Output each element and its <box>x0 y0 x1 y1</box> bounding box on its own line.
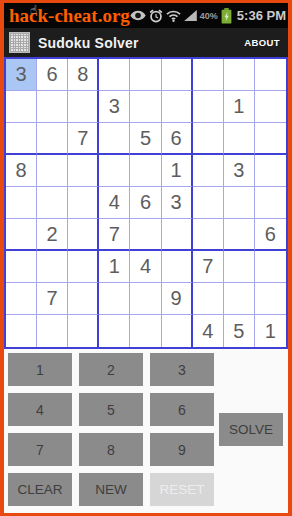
watermark-text: hack-cheat.org <box>9 3 130 28</box>
cell-r4c8[interactable]: 3 <box>224 155 255 187</box>
cell-r9c8[interactable]: 5 <box>224 315 255 347</box>
cell-r1c6[interactable] <box>162 59 193 91</box>
cell-r8c8[interactable] <box>224 283 255 315</box>
cell-r9c1[interactable] <box>6 315 37 347</box>
cell-r8c5[interactable] <box>130 283 161 315</box>
cell-r8c7[interactable] <box>193 283 224 315</box>
signal-icon <box>184 10 197 21</box>
cell-r1c7[interactable] <box>193 59 224 91</box>
cell-r1c2[interactable]: 6 <box>37 59 68 91</box>
cell-r6c4[interactable]: 7 <box>99 219 130 251</box>
status-bar: hack-cheat.org ☝ 40% <box>4 3 288 28</box>
cell-r2c2[interactable] <box>37 91 68 123</box>
eye-icon <box>130 10 146 21</box>
battery-percent: 40% <box>200 11 218 21</box>
battery-charging-icon <box>221 8 232 24</box>
cell-r5c5[interactable]: 6 <box>130 187 161 219</box>
digit-1-button[interactable]: 1 <box>8 353 72 386</box>
cell-r2c5[interactable] <box>130 91 161 123</box>
cell-r1c1[interactable]: 3 <box>6 59 37 91</box>
cell-r5c6[interactable]: 3 <box>162 187 193 219</box>
cell-r5c2[interactable] <box>37 187 68 219</box>
cell-r3c5[interactable]: 5 <box>130 123 161 155</box>
cell-r6c6[interactable] <box>162 219 193 251</box>
cell-r9c4[interactable] <box>99 315 130 347</box>
cell-r7c8[interactable] <box>224 251 255 283</box>
cell-r5c8[interactable] <box>224 187 255 219</box>
button-panel: 1 2 3 4 5 6 7 8 9 CLEAR NEW RESET SOLVE <box>4 349 288 513</box>
status-icons: 40% 5:36 PM <box>130 8 286 24</box>
solve-button[interactable]: SOLVE <box>219 413 283 446</box>
cell-r6c7[interactable] <box>193 219 224 251</box>
cell-r8c1[interactable] <box>6 283 37 315</box>
cell-r7c4[interactable]: 1 <box>99 251 130 283</box>
cell-r7c3[interactable] <box>68 251 99 283</box>
cell-r9c7[interactable]: 4 <box>193 315 224 347</box>
cell-r4c4[interactable] <box>99 155 130 187</box>
cell-r6c8[interactable] <box>224 219 255 251</box>
cell-r6c1[interactable] <box>6 219 37 251</box>
cell-r4c9[interactable] <box>255 155 286 187</box>
cell-r3c4[interactable] <box>99 123 130 155</box>
cell-r7c6[interactable] <box>162 251 193 283</box>
cell-r7c9[interactable] <box>255 251 286 283</box>
cell-r3c1[interactable] <box>6 123 37 155</box>
cell-r1c3[interactable]: 8 <box>68 59 99 91</box>
cell-r6c5[interactable] <box>130 219 161 251</box>
cell-r7c2[interactable] <box>37 251 68 283</box>
digit-3-button[interactable]: 3 <box>150 353 214 386</box>
cell-r9c5[interactable] <box>130 315 161 347</box>
cell-r2c9[interactable] <box>255 91 286 123</box>
sudoku-grid-icon <box>9 32 30 53</box>
clear-button[interactable]: CLEAR <box>8 473 72 506</box>
cell-r8c4[interactable] <box>99 283 130 315</box>
cell-r3c8[interactable] <box>224 123 255 155</box>
cell-r8c9[interactable] <box>255 283 286 315</box>
alarm-icon <box>149 9 163 23</box>
cell-r9c2[interactable] <box>37 315 68 347</box>
cell-r8c6[interactable]: 9 <box>162 283 193 315</box>
cell-r5c3[interactable] <box>68 187 99 219</box>
cell-r1c5[interactable] <box>130 59 161 91</box>
digit-6-button[interactable]: 6 <box>150 393 214 426</box>
cell-r5c4[interactable]: 4 <box>99 187 130 219</box>
cell-r4c6[interactable]: 1 <box>162 155 193 187</box>
cell-r2c7[interactable] <box>193 91 224 123</box>
action-bar: Sudoku Solver ABOUT <box>4 28 288 57</box>
sudoku-board: 3683175681346327614779451 <box>4 57 288 349</box>
reset-button[interactable]: RESET <box>150 473 214 506</box>
digit-4-button[interactable]: 4 <box>8 393 72 426</box>
about-menu-button[interactable]: ABOUT <box>244 37 280 48</box>
cell-r3c6[interactable]: 6 <box>162 123 193 155</box>
cell-r2c8[interactable]: 1 <box>224 91 255 123</box>
cell-r3c9[interactable] <box>255 123 286 155</box>
cell-r9c6[interactable] <box>162 315 193 347</box>
cell-r8c3[interactable] <box>68 283 99 315</box>
cell-r5c1[interactable] <box>6 187 37 219</box>
cell-r7c7[interactable]: 7 <box>193 251 224 283</box>
cell-r1c9[interactable] <box>255 59 286 91</box>
cell-r2c3[interactable] <box>68 91 99 123</box>
cell-r3c7[interactable] <box>193 123 224 155</box>
cell-r3c3[interactable]: 7 <box>68 123 99 155</box>
new-button[interactable]: NEW <box>79 473 143 506</box>
cell-r3c2[interactable] <box>37 123 68 155</box>
cell-r6c3[interactable] <box>68 219 99 251</box>
cell-r1c4[interactable] <box>99 59 130 91</box>
keypad: 1 2 3 4 5 6 7 8 9 CLEAR NEW RESET <box>8 353 214 506</box>
cell-r6c2[interactable]: 2 <box>37 219 68 251</box>
cell-r4c5[interactable] <box>130 155 161 187</box>
cell-r2c6[interactable] <box>162 91 193 123</box>
app-title: Sudoku Solver <box>38 35 139 51</box>
cell-r9c9[interactable]: 1 <box>255 315 286 347</box>
cell-r4c1[interactable]: 8 <box>6 155 37 187</box>
digit-8-button[interactable]: 8 <box>79 433 143 466</box>
cell-r5c9[interactable] <box>255 187 286 219</box>
cell-r9c3[interactable] <box>68 315 99 347</box>
cell-r5c7[interactable] <box>193 187 224 219</box>
hand-cursor-icon: ☝ <box>30 3 37 17</box>
cell-r7c5[interactable]: 4 <box>130 251 161 283</box>
cell-r7c1[interactable] <box>6 251 37 283</box>
cell-r4c7[interactable] <box>193 155 224 187</box>
digit-9-button[interactable]: 9 <box>150 433 214 466</box>
digit-5-button[interactable]: 5 <box>79 393 143 426</box>
digit-2-button[interactable]: 2 <box>79 353 143 386</box>
digit-7-button[interactable]: 7 <box>8 433 72 466</box>
cell-r4c2[interactable] <box>37 155 68 187</box>
cell-r4c3[interactable] <box>68 155 99 187</box>
wifi-icon <box>166 10 181 22</box>
clock-text: 5:36 PM <box>237 8 286 23</box>
cell-r1c8[interactable] <box>224 59 255 91</box>
cell-r2c1[interactable] <box>6 91 37 123</box>
cell-r8c2[interactable]: 7 <box>37 283 68 315</box>
cell-r6c9[interactable]: 6 <box>255 219 286 251</box>
app-window: hack-cheat.org ☝ 40% <box>0 0 292 516</box>
cell-r2c4[interactable]: 3 <box>99 91 130 123</box>
